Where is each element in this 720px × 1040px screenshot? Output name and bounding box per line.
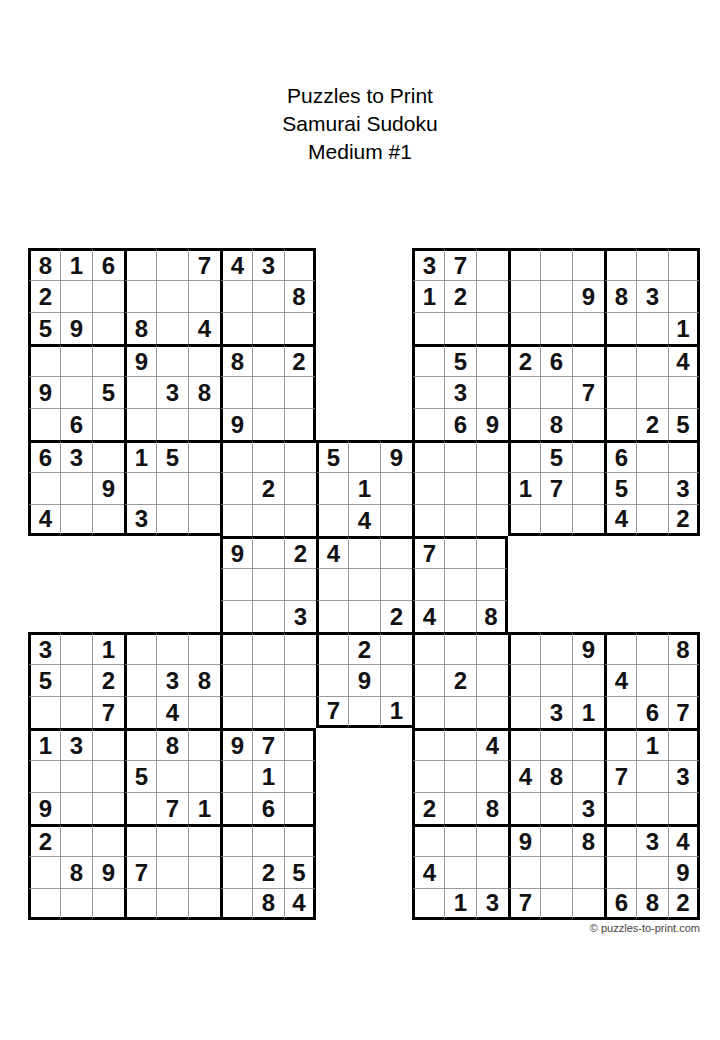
sudoku-cell-given: 6	[604, 888, 636, 920]
sudoku-cell-empty[interactable]	[604, 312, 636, 344]
sudoku-cell-given: 9	[92, 856, 124, 888]
sudoku-cell-empty[interactable]	[284, 696, 316, 728]
board-gap	[316, 824, 348, 856]
sudoku-cell-empty[interactable]	[572, 248, 604, 280]
board-gap	[508, 600, 540, 632]
sudoku-cell-empty[interactable]	[28, 408, 60, 440]
sudoku-cell-empty[interactable]	[252, 504, 284, 536]
sudoku-cell-empty[interactable]	[188, 888, 220, 920]
sudoku-cell-given: 3	[540, 696, 572, 728]
sudoku-cell-empty[interactable]	[188, 856, 220, 888]
sudoku-cell-empty[interactable]	[540, 824, 572, 856]
sudoku-cell-empty[interactable]	[60, 664, 92, 696]
sudoku-cell-empty[interactable]	[316, 664, 348, 696]
sudoku-cell-empty[interactable]	[572, 472, 604, 504]
board-gap	[636, 536, 668, 568]
sudoku-cell-empty[interactable]	[572, 440, 604, 472]
sudoku-cell-empty[interactable]	[252, 600, 284, 632]
sudoku-cell-empty[interactable]	[124, 248, 156, 280]
sudoku-cell-empty[interactable]	[444, 824, 476, 856]
sudoku-cell-given: 2	[444, 280, 476, 312]
sudoku-cell-empty[interactable]	[508, 408, 540, 440]
sudoku-cell-empty[interactable]	[444, 568, 476, 600]
sudoku-cell-empty[interactable]	[284, 376, 316, 408]
sudoku-cell-empty[interactable]	[636, 760, 668, 792]
title-line-difficulty: Medium #1	[0, 138, 720, 166]
sudoku-cell-empty[interactable]	[412, 440, 444, 472]
sudoku-cell-empty[interactable]	[284, 728, 316, 760]
sudoku-cell-given: 3	[60, 728, 92, 760]
sudoku-cell-empty[interactable]	[28, 472, 60, 504]
sudoku-cell-empty[interactable]	[476, 760, 508, 792]
board-gap	[380, 344, 412, 376]
sudoku-cell-empty[interactable]	[476, 824, 508, 856]
board-gap	[572, 568, 604, 600]
sudoku-cell-empty[interactable]	[220, 760, 252, 792]
sudoku-cell-empty[interactable]	[508, 504, 540, 536]
sudoku-cell-empty[interactable]	[476, 248, 508, 280]
sudoku-cell-given: 3	[636, 280, 668, 312]
sudoku-cell-empty[interactable]	[348, 696, 380, 728]
sudoku-cell-empty[interactable]	[92, 504, 124, 536]
sudoku-cell-empty[interactable]	[252, 408, 284, 440]
sudoku-cell-given: 3	[412, 248, 444, 280]
sudoku-cell-empty[interactable]	[636, 472, 668, 504]
sudoku-cell-empty[interactable]	[636, 440, 668, 472]
sudoku-cell-empty[interactable]	[252, 664, 284, 696]
sudoku-cell-empty[interactable]	[412, 312, 444, 344]
sudoku-cell-empty[interactable]	[444, 600, 476, 632]
sudoku-cell-given: 2	[284, 536, 316, 568]
sudoku-cell-given: 9	[380, 440, 412, 472]
sudoku-cell-empty[interactable]	[156, 472, 188, 504]
sudoku-cell-empty[interactable]	[60, 504, 92, 536]
sudoku-cell-empty[interactable]	[636, 376, 668, 408]
sudoku-cell-empty[interactable]	[156, 824, 188, 856]
sudoku-cell-empty[interactable]	[540, 376, 572, 408]
sudoku-cell-empty[interactable]	[220, 600, 252, 632]
sudoku-cell-empty[interactable]	[476, 376, 508, 408]
sudoku-cell-empty[interactable]	[60, 888, 92, 920]
sudoku-cell-empty[interactable]	[220, 440, 252, 472]
sudoku-cell-empty[interactable]	[412, 888, 444, 920]
sudoku-cell-empty[interactable]	[348, 536, 380, 568]
sudoku-cell-empty[interactable]	[60, 760, 92, 792]
sudoku-cell-empty[interactable]	[572, 344, 604, 376]
board-gap	[92, 600, 124, 632]
sudoku-cell-empty[interactable]	[284, 504, 316, 536]
sudoku-cell-empty[interactable]	[28, 344, 60, 376]
sudoku-cell-empty[interactable]	[188, 440, 220, 472]
sudoku-cell-empty[interactable]	[92, 344, 124, 376]
sudoku-cell-empty[interactable]	[444, 504, 476, 536]
sudoku-cell-empty[interactable]	[508, 280, 540, 312]
sudoku-cell-empty[interactable]	[572, 888, 604, 920]
sudoku-cell-empty[interactable]	[668, 280, 700, 312]
board-gap	[348, 408, 380, 440]
sudoku-cell-empty[interactable]	[252, 440, 284, 472]
sudoku-cell-given: 8	[60, 856, 92, 888]
sudoku-cell-empty[interactable]	[124, 408, 156, 440]
sudoku-cell-empty[interactable]	[636, 344, 668, 376]
sudoku-cell-empty[interactable]	[92, 312, 124, 344]
sudoku-cell-empty[interactable]	[284, 824, 316, 856]
sudoku-cell-empty[interactable]	[284, 632, 316, 664]
sudoku-cell-empty[interactable]	[188, 728, 220, 760]
sudoku-cell-empty[interactable]	[252, 632, 284, 664]
sudoku-cell-empty[interactable]	[508, 792, 540, 824]
sudoku-cell-given: 8	[668, 632, 700, 664]
sudoku-cell-empty[interactable]	[188, 824, 220, 856]
sudoku-cell-given: 2	[636, 408, 668, 440]
sudoku-cell-empty[interactable]	[156, 248, 188, 280]
sudoku-cell-empty[interactable]	[348, 568, 380, 600]
sudoku-cell-empty[interactable]	[444, 696, 476, 728]
sudoku-cell-empty[interactable]	[28, 696, 60, 728]
sudoku-cell-empty[interactable]	[28, 888, 60, 920]
sudoku-cell-empty[interactable]	[476, 504, 508, 536]
sudoku-cell-empty[interactable]	[316, 632, 348, 664]
board-gap	[604, 536, 636, 568]
sudoku-cell-empty[interactable]	[540, 664, 572, 696]
sudoku-cell-empty[interactable]	[636, 792, 668, 824]
sudoku-cell-empty[interactable]	[220, 504, 252, 536]
sudoku-cell-empty[interactable]	[220, 824, 252, 856]
sudoku-cell-empty[interactable]	[252, 824, 284, 856]
board-gap	[348, 344, 380, 376]
sudoku-cell-empty[interactable]	[124, 664, 156, 696]
sudoku-cell-empty[interactable]	[508, 728, 540, 760]
sudoku-cell-empty[interactable]	[220, 280, 252, 312]
sudoku-cell-empty[interactable]	[636, 248, 668, 280]
sudoku-cell-empty[interactable]	[60, 376, 92, 408]
sudoku-cell-given: 2	[284, 344, 316, 376]
sudoku-cell-empty[interactable]	[60, 280, 92, 312]
sudoku-cell-empty[interactable]	[124, 888, 156, 920]
sudoku-cell-empty[interactable]	[540, 280, 572, 312]
sudoku-cell-empty[interactable]	[252, 696, 284, 728]
sudoku-cell-empty[interactable]	[348, 440, 380, 472]
sudoku-cell-given: 6	[28, 440, 60, 472]
sudoku-cell-empty[interactable]	[156, 312, 188, 344]
sudoku-cell-empty[interactable]	[540, 792, 572, 824]
sudoku-cell-empty[interactable]	[604, 856, 636, 888]
sudoku-cell-given: 3	[124, 504, 156, 536]
sudoku-cell-empty[interactable]	[476, 632, 508, 664]
sudoku-cell-empty[interactable]	[508, 632, 540, 664]
sudoku-cell-empty[interactable]	[412, 408, 444, 440]
sudoku-cell-empty[interactable]	[92, 888, 124, 920]
sudoku-cell-empty[interactable]	[636, 664, 668, 696]
sudoku-cell-empty[interactable]	[124, 472, 156, 504]
sudoku-cell-empty[interactable]	[668, 376, 700, 408]
sudoku-cell-empty[interactable]	[220, 312, 252, 344]
sudoku-cell-empty[interactable]	[572, 312, 604, 344]
sudoku-cell-empty[interactable]	[444, 760, 476, 792]
sudoku-cell-empty[interactable]	[572, 760, 604, 792]
sudoku-cell-empty[interactable]	[476, 344, 508, 376]
board-gap	[316, 856, 348, 888]
sudoku-cell-empty[interactable]	[220, 696, 252, 728]
sudoku-cell-empty[interactable]	[476, 536, 508, 568]
sudoku-cell-empty[interactable]	[476, 856, 508, 888]
sudoku-cell-empty[interactable]	[444, 472, 476, 504]
sudoku-cell-empty[interactable]	[444, 312, 476, 344]
sudoku-cell-empty[interactable]	[284, 440, 316, 472]
sudoku-cell-empty[interactable]	[412, 504, 444, 536]
sudoku-cell-empty[interactable]	[124, 696, 156, 728]
sudoku-cell-empty[interactable]	[284, 248, 316, 280]
sudoku-cell-empty[interactable]	[252, 344, 284, 376]
sudoku-cell-empty[interactable]	[572, 728, 604, 760]
sudoku-cell-empty[interactable]	[220, 376, 252, 408]
samurai-sudoku-board: 8167433728129835984198252649538376969825…	[28, 248, 700, 920]
sudoku-cell-empty[interactable]	[188, 472, 220, 504]
sudoku-cell-empty[interactable]	[284, 472, 316, 504]
sudoku-cell-empty[interactable]	[636, 632, 668, 664]
sudoku-cell-empty[interactable]	[572, 408, 604, 440]
sudoku-cell-given: 8	[28, 248, 60, 280]
sudoku-cell-empty[interactable]	[92, 824, 124, 856]
sudoku-cell-empty[interactable]	[92, 280, 124, 312]
sudoku-cell-given: 5	[92, 376, 124, 408]
sudoku-cell-empty[interactable]	[476, 312, 508, 344]
sudoku-cell-empty[interactable]	[444, 792, 476, 824]
sudoku-cell-given: 9	[92, 472, 124, 504]
sudoku-cell-empty[interactable]	[220, 888, 252, 920]
sudoku-cell-empty[interactable]	[60, 632, 92, 664]
sudoku-cell-empty[interactable]	[668, 792, 700, 824]
sudoku-cell-empty[interactable]	[284, 408, 316, 440]
sudoku-cell-given: 4	[476, 728, 508, 760]
sudoku-cell-empty[interactable]	[476, 280, 508, 312]
sudoku-cell-given: 5	[316, 440, 348, 472]
sudoku-cell-empty[interactable]	[444, 728, 476, 760]
sudoku-cell-empty[interactable]	[412, 728, 444, 760]
sudoku-cell-empty[interactable]	[156, 280, 188, 312]
sudoku-cell-empty[interactable]	[156, 504, 188, 536]
sudoku-cell-empty[interactable]	[604, 408, 636, 440]
sudoku-cell-empty[interactable]	[188, 760, 220, 792]
sudoku-cell-empty[interactable]	[412, 376, 444, 408]
sudoku-cell-empty[interactable]	[508, 248, 540, 280]
sudoku-cell-given: 4	[316, 536, 348, 568]
sudoku-cell-given: 9	[220, 536, 252, 568]
sudoku-cell-empty[interactable]	[476, 696, 508, 728]
sudoku-cell-empty[interactable]	[540, 248, 572, 280]
sudoku-cell-empty[interactable]	[28, 760, 60, 792]
sudoku-cell-empty[interactable]	[604, 728, 636, 760]
sudoku-cell-empty[interactable]	[92, 792, 124, 824]
sudoku-cell-empty[interactable]	[156, 408, 188, 440]
sudoku-cell-empty[interactable]	[188, 280, 220, 312]
sudoku-cell-empty[interactable]	[92, 440, 124, 472]
sudoku-cell-empty[interactable]	[412, 664, 444, 696]
sudoku-cell-given: 5	[284, 856, 316, 888]
sudoku-cell-empty[interactable]	[508, 696, 540, 728]
sudoku-cell-empty[interactable]	[668, 248, 700, 280]
watermark: © puzzles-to-print.com	[28, 922, 700, 934]
sudoku-cell-empty[interactable]	[380, 536, 412, 568]
sudoku-cell-empty[interactable]	[444, 536, 476, 568]
sudoku-cell-empty[interactable]	[124, 376, 156, 408]
sudoku-cell-empty[interactable]	[540, 856, 572, 888]
sudoku-cell-empty[interactable]	[188, 696, 220, 728]
sudoku-cell-given: 8	[124, 312, 156, 344]
sudoku-cell-given: 2	[444, 664, 476, 696]
sudoku-cell-empty[interactable]	[124, 792, 156, 824]
sudoku-cell-empty[interactable]	[604, 632, 636, 664]
board-gap	[28, 600, 60, 632]
sudoku-cell-empty[interactable]	[636, 312, 668, 344]
sudoku-cell-empty[interactable]	[668, 728, 700, 760]
sudoku-cell-empty[interactable]	[508, 664, 540, 696]
sudoku-cell-empty[interactable]	[316, 600, 348, 632]
sudoku-cell-empty[interactable]	[156, 632, 188, 664]
sudoku-cell-empty[interactable]	[284, 760, 316, 792]
sudoku-cell-empty[interactable]	[380, 504, 412, 536]
sudoku-cell-empty[interactable]	[252, 568, 284, 600]
sudoku-cell-empty[interactable]	[508, 312, 540, 344]
sudoku-cell-empty[interactable]	[380, 632, 412, 664]
board-gap	[668, 600, 700, 632]
sudoku-cell-empty[interactable]	[604, 248, 636, 280]
sudoku-cell-empty[interactable]	[412, 824, 444, 856]
sudoku-cell-empty[interactable]	[92, 408, 124, 440]
sudoku-cell-empty[interactable]	[92, 760, 124, 792]
sudoku-cell-empty[interactable]	[60, 472, 92, 504]
sudoku-cell-empty[interactable]	[284, 568, 316, 600]
sudoku-cell-empty[interactable]	[508, 856, 540, 888]
sudoku-cell-empty[interactable]	[540, 312, 572, 344]
sudoku-cell-empty[interactable]	[188, 504, 220, 536]
sudoku-cell-empty[interactable]	[284, 312, 316, 344]
sudoku-cell-given: 3	[668, 760, 700, 792]
sudoku-cell-empty[interactable]	[60, 344, 92, 376]
board-gap	[604, 568, 636, 600]
sudoku-cell-empty[interactable]	[380, 664, 412, 696]
sudoku-cell-empty[interactable]	[412, 696, 444, 728]
sudoku-cell-empty[interactable]	[412, 760, 444, 792]
board-gap	[540, 600, 572, 632]
sudoku-cell-empty[interactable]	[124, 280, 156, 312]
sudoku-cell-empty[interactable]	[540, 728, 572, 760]
sudoku-cell-empty[interactable]	[444, 856, 476, 888]
sudoku-cell-empty[interactable]	[252, 312, 284, 344]
sudoku-cell-empty[interactable]	[220, 664, 252, 696]
board-gap	[380, 856, 412, 888]
sudoku-cell-empty[interactable]	[252, 376, 284, 408]
sudoku-cell-empty[interactable]	[124, 632, 156, 664]
sudoku-cell-given: 9	[476, 408, 508, 440]
sudoku-cell-empty[interactable]	[572, 664, 604, 696]
sudoku-cell-empty[interactable]	[284, 792, 316, 824]
sudoku-cell-empty[interactable]	[508, 440, 540, 472]
sudoku-cell-empty[interactable]	[188, 632, 220, 664]
sudoku-cell-empty[interactable]	[476, 472, 508, 504]
sudoku-cell-empty[interactable]	[604, 824, 636, 856]
sudoku-cell-empty[interactable]	[156, 760, 188, 792]
sudoku-cell-empty[interactable]	[508, 376, 540, 408]
sudoku-cell-given: 3	[28, 632, 60, 664]
sudoku-cell-empty[interactable]	[636, 856, 668, 888]
sudoku-cell-empty[interactable]	[220, 568, 252, 600]
sudoku-cell-empty[interactable]	[380, 472, 412, 504]
sudoku-cell-empty[interactable]	[668, 440, 700, 472]
sudoku-cell-empty[interactable]	[60, 792, 92, 824]
board-gap	[636, 600, 668, 632]
sudoku-cell-empty[interactable]	[604, 696, 636, 728]
sudoku-cell-empty[interactable]	[92, 728, 124, 760]
board-gap	[668, 536, 700, 568]
sudoku-cell-empty[interactable]	[316, 568, 348, 600]
sudoku-cell-empty[interactable]	[220, 632, 252, 664]
sudoku-cell-empty[interactable]	[220, 856, 252, 888]
sudoku-cell-empty[interactable]	[220, 472, 252, 504]
sudoku-cell-empty[interactable]	[348, 600, 380, 632]
sudoku-cell-empty[interactable]	[220, 792, 252, 824]
sudoku-cell-empty[interactable]	[636, 504, 668, 536]
sudoku-cell-empty[interactable]	[412, 472, 444, 504]
sudoku-cell-empty[interactable]	[668, 664, 700, 696]
board-gap	[380, 824, 412, 856]
sudoku-cell-given: 9	[124, 344, 156, 376]
sudoku-cell-empty[interactable]	[124, 824, 156, 856]
sudoku-cell-empty[interactable]	[540, 632, 572, 664]
sudoku-cell-empty[interactable]	[316, 504, 348, 536]
sudoku-cell-given: 2	[668, 888, 700, 920]
sudoku-cell-empty[interactable]	[476, 664, 508, 696]
sudoku-cell-empty[interactable]	[316, 472, 348, 504]
sudoku-cell-empty[interactable]	[28, 856, 60, 888]
sudoku-cell-empty[interactable]	[188, 408, 220, 440]
sudoku-cell-empty[interactable]	[540, 888, 572, 920]
sudoku-cell-given: 3	[444, 376, 476, 408]
sudoku-cell-empty[interactable]	[188, 344, 220, 376]
board-gap	[156, 600, 188, 632]
sudoku-cell-empty[interactable]	[444, 440, 476, 472]
sudoku-cell-empty[interactable]	[252, 536, 284, 568]
sudoku-cell-empty[interactable]	[412, 568, 444, 600]
sudoku-cell-given: 5	[540, 440, 572, 472]
sudoku-cell-empty[interactable]	[252, 280, 284, 312]
sudoku-cell-empty[interactable]	[412, 344, 444, 376]
sudoku-cell-empty[interactable]	[156, 888, 188, 920]
board-gap	[316, 408, 348, 440]
sudoku-cell-empty[interactable]	[476, 440, 508, 472]
sudoku-cell-given: 8	[156, 728, 188, 760]
sudoku-cell-empty[interactable]	[156, 344, 188, 376]
sudoku-cell-empty[interactable]	[604, 792, 636, 824]
sudoku-cell-empty[interactable]	[604, 376, 636, 408]
sudoku-cell-empty[interactable]	[60, 696, 92, 728]
sudoku-cell-empty[interactable]	[572, 504, 604, 536]
sudoku-cell-empty[interactable]	[444, 632, 476, 664]
sudoku-cell-empty[interactable]	[60, 824, 92, 856]
sudoku-cell-empty[interactable]	[284, 664, 316, 696]
sudoku-cell-empty[interactable]	[540, 504, 572, 536]
sudoku-cell-empty[interactable]	[380, 568, 412, 600]
sudoku-cell-empty[interactable]	[572, 856, 604, 888]
sudoku-cell-given: 2	[380, 600, 412, 632]
sudoku-cell-empty[interactable]	[476, 568, 508, 600]
sudoku-cell-given: 1	[668, 312, 700, 344]
board-gap	[316, 760, 348, 792]
sudoku-cell-empty[interactable]	[604, 344, 636, 376]
sudoku-cell-empty[interactable]	[124, 728, 156, 760]
sudoku-cell-empty[interactable]	[412, 632, 444, 664]
sudoku-cell-empty[interactable]	[156, 856, 188, 888]
